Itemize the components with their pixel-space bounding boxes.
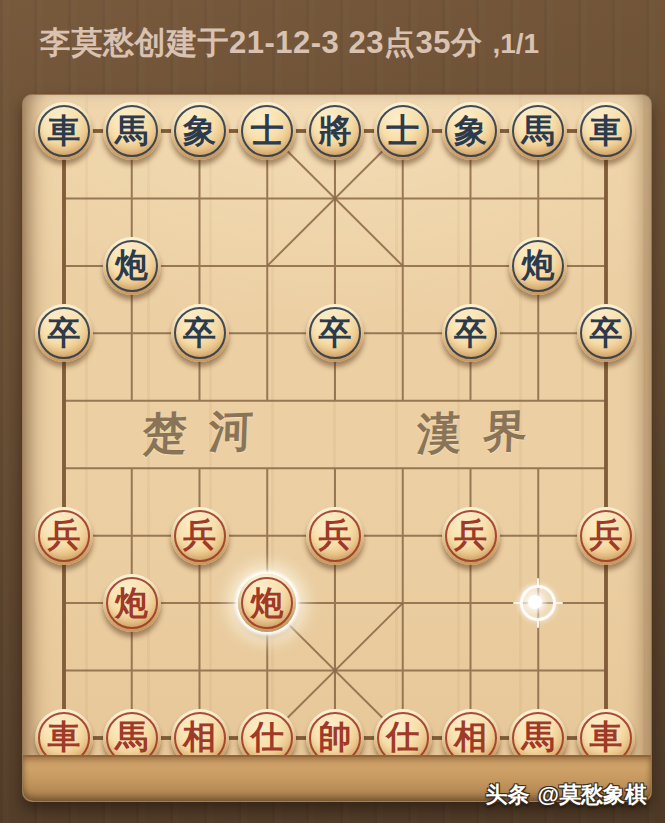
piece-red-cannon[interactable]: 炮 [103,574,161,632]
piece-black-general[interactable]: 將 [306,102,364,160]
piece-black-elephant[interactable]: 象 [171,102,229,160]
piece-character: 仕 [251,720,284,753]
diagram-title: 李莫愁创建于21-12-3 23点35分 [40,25,482,60]
piece-black-soldier[interactable]: 卒 [306,304,364,362]
board-grid-lines [23,95,651,801]
header: 李莫愁创建于21-12-3 23点35分,1/1 [40,22,539,64]
piece-black-advisor[interactable]: 士 [238,102,296,160]
piece-red-soldier[interactable]: 兵 [306,507,364,565]
piece-character: 卒 [319,316,352,349]
piece-character: 兵 [183,518,216,551]
piece-character: 將 [319,114,352,147]
piece-black-cannon[interactable]: 炮 [509,237,567,295]
piece-black-chariot[interactable]: 車 [577,102,635,160]
watermark: 头条@莫愁象棋 [486,780,647,810]
piece-character: 卒 [454,316,487,349]
piece-red-soldier[interactable]: 兵 [442,507,500,565]
piece-character: 炮 [251,586,284,619]
piece-black-advisor[interactable]: 士 [374,102,432,160]
piece-character: 士 [251,114,284,147]
piece-black-cannon[interactable]: 炮 [103,237,161,295]
piece-character: 車 [48,720,81,753]
river-label-chu-he: 楚河 [142,401,276,465]
piece-character: 兵 [454,518,487,551]
piece-character: 馬 [522,114,555,147]
piece-character: 車 [48,114,81,147]
page-indicator: ,1/1 [492,28,539,59]
piece-character: 象 [183,114,216,147]
piece-character: 象 [454,114,487,147]
piece-character: 兵 [590,518,623,551]
piece-character: 士 [386,114,419,147]
piece-character: 馬 [522,720,555,753]
piece-black-chariot[interactable]: 車 [35,102,93,160]
piece-character: 相 [183,720,216,753]
piece-character: 炮 [522,248,555,281]
piece-black-horse[interactable]: 馬 [103,102,161,160]
watermark-handle: @莫愁象棋 [538,782,647,807]
piece-character: 卒 [590,316,623,349]
piece-character: 炮 [115,586,148,619]
piece-character: 馬 [115,114,148,147]
watermark-brand: 头条 [486,782,530,807]
piece-character: 車 [590,720,623,753]
piece-character: 兵 [319,518,352,551]
piece-character: 仕 [386,720,419,753]
piece-black-elephant[interactable]: 象 [442,102,500,160]
piece-character: 兵 [48,518,81,551]
app-screen: 李莫愁创建于21-12-3 23点35分,1/1 楚河 漢界 車馬象士將士象馬車… [0,0,665,823]
piece-black-soldier[interactable]: 卒 [35,304,93,362]
piece-black-soldier[interactable]: 卒 [577,304,635,362]
river-label-han-jie: 漢界 [416,401,550,465]
piece-black-soldier[interactable]: 卒 [442,304,500,362]
xiangqi-board[interactable]: 楚河 漢界 車馬象士將士象馬車炮炮卒卒卒卒卒兵兵兵兵兵炮炮車馬相仕帥仕相馬車 [22,94,652,802]
piece-black-soldier[interactable]: 卒 [171,304,229,362]
piece-character: 卒 [183,316,216,349]
piece-character: 卒 [48,316,81,349]
piece-character: 帥 [319,720,352,753]
piece-character: 炮 [115,248,148,281]
piece-red-cannon[interactable]: 炮 [238,574,296,632]
piece-character: 馬 [115,720,148,753]
piece-character: 相 [454,720,487,753]
piece-red-soldier[interactable]: 兵 [577,507,635,565]
piece-black-horse[interactable]: 馬 [509,102,567,160]
piece-character: 車 [590,114,623,147]
piece-red-soldier[interactable]: 兵 [171,507,229,565]
piece-red-soldier[interactable]: 兵 [35,507,93,565]
